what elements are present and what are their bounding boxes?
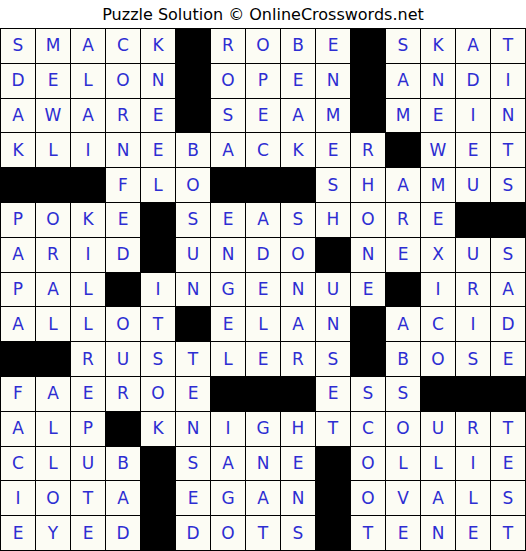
grid-cell: X — [421, 238, 455, 272]
grid-cell: D — [246, 238, 280, 272]
grid-cell: H — [281, 412, 315, 446]
black-cell — [141, 203, 175, 237]
grid-cell: C — [106, 29, 140, 63]
grid-cell: E — [316, 377, 350, 411]
grid-cell: L — [36, 447, 70, 481]
grid-cell: B — [176, 133, 210, 167]
grid-cell: G — [211, 481, 245, 515]
grid-cell: S — [1, 29, 35, 63]
grid-cell: N — [421, 64, 455, 98]
grid-cell: I — [421, 273, 455, 307]
grid-cell: S — [456, 342, 490, 376]
grid-cell: C — [246, 133, 280, 167]
grid-cell: E — [351, 273, 385, 307]
grid-cell: R — [351, 133, 385, 167]
grid-cell: A — [1, 307, 35, 341]
grid-cell: I — [1, 481, 35, 515]
grid-cell: K — [281, 133, 315, 167]
black-cell — [141, 516, 175, 550]
grid-cell: S — [491, 168, 525, 202]
grid-cell: E — [141, 99, 175, 133]
grid-cell: R — [281, 342, 315, 376]
grid-cell: L — [36, 412, 70, 446]
grid-cell: N — [491, 99, 525, 133]
black-cell — [141, 447, 175, 481]
grid-cell: E — [456, 133, 490, 167]
grid-cell: B — [281, 29, 315, 63]
grid-cell: R — [106, 99, 140, 133]
crossword-grid: SMACKROBESKATDELONOPENANDIAWARESEAMMEINK… — [0, 28, 526, 551]
grid-cell: A — [246, 203, 280, 237]
grid-cell: U — [456, 238, 490, 272]
grid-cell: D — [1, 64, 35, 98]
grid-cell: L — [456, 481, 490, 515]
grid-cell: I — [71, 238, 105, 272]
grid-cell: A — [36, 273, 70, 307]
grid-cell: S — [281, 203, 315, 237]
black-cell — [1, 168, 35, 202]
grid-cell: A — [386, 64, 420, 98]
grid-cell: D — [456, 64, 490, 98]
black-cell — [351, 307, 385, 341]
grid-cell: H — [351, 168, 385, 202]
black-cell — [351, 64, 385, 98]
grid-cell: L — [141, 168, 175, 202]
grid-cell: L — [211, 342, 245, 376]
black-cell — [176, 307, 210, 341]
grid-cell: I — [141, 273, 175, 307]
grid-cell: M — [316, 99, 350, 133]
grid-cell: S — [316, 168, 350, 202]
grid-cell: G — [211, 273, 245, 307]
grid-cell: E — [1, 516, 35, 550]
black-cell — [386, 133, 420, 167]
grid-cell: E — [246, 273, 280, 307]
black-cell — [491, 203, 525, 237]
grid-cell: L — [71, 273, 105, 307]
grid-cell: E — [281, 64, 315, 98]
grid-cell: L — [246, 307, 280, 341]
grid-cell: N — [176, 412, 210, 446]
grid-cell: S — [351, 377, 385, 411]
black-cell — [141, 481, 175, 515]
grid-cell: T — [176, 342, 210, 376]
grid-cell: E — [71, 516, 105, 550]
grid-cell: W — [421, 133, 455, 167]
black-cell — [491, 377, 525, 411]
grid-cell: E — [176, 377, 210, 411]
black-cell — [36, 342, 70, 376]
black-cell — [176, 64, 210, 98]
grid-cell: E — [176, 481, 210, 515]
grid-cell: R — [211, 29, 245, 63]
grid-cell: T — [246, 516, 280, 550]
grid-cell: L — [71, 307, 105, 341]
grid-cell: S — [491, 238, 525, 272]
grid-cell: L — [71, 64, 105, 98]
grid-cell: U — [456, 168, 490, 202]
grid-cell: S — [386, 29, 420, 63]
grid-cell: C — [421, 307, 455, 341]
grid-cell: N — [316, 307, 350, 341]
grid-cell: A — [281, 99, 315, 133]
black-cell — [246, 377, 280, 411]
black-cell — [316, 481, 350, 515]
grid-cell: T — [141, 307, 175, 341]
grid-cell: D — [491, 307, 525, 341]
grid-cell: M — [386, 99, 420, 133]
grid-cell: E — [36, 64, 70, 98]
grid-cell: O — [351, 203, 385, 237]
grid-cell: O — [386, 412, 420, 446]
grid-cell: R — [71, 342, 105, 376]
grid-cell: T — [71, 481, 105, 515]
grid-cell: N — [246, 447, 280, 481]
grid-cell: T — [491, 29, 525, 63]
black-cell — [351, 99, 385, 133]
grid-cell: E — [456, 516, 490, 550]
grid-cell: H — [316, 203, 350, 237]
grid-cell: A — [386, 307, 420, 341]
black-cell — [316, 447, 350, 481]
grid-cell: A — [211, 133, 245, 167]
black-cell — [316, 516, 350, 550]
grid-cell: S — [176, 203, 210, 237]
grid-cell: V — [386, 481, 420, 515]
grid-cell: I — [211, 412, 245, 446]
grid-cell: G — [246, 412, 280, 446]
puzzle-solution-page: Puzzle Solution © OnlineCrosswords.net S… — [0, 0, 526, 551]
grid-cell: C — [1, 447, 35, 481]
grid-cell: S — [141, 342, 175, 376]
grid-cell: A — [106, 481, 140, 515]
grid-cell: A — [211, 447, 245, 481]
black-cell — [281, 377, 315, 411]
grid-cell: D — [176, 516, 210, 550]
grid-cell: E — [246, 99, 280, 133]
grid-cell: N — [281, 273, 315, 307]
grid-cell: I — [456, 447, 490, 481]
grid-cell: B — [106, 447, 140, 481]
grid-cell: A — [421, 481, 455, 515]
grid-cell: U — [421, 412, 455, 446]
grid-cell: I — [71, 133, 105, 167]
grid-cell: T — [491, 133, 525, 167]
grid-cell: W — [36, 99, 70, 133]
grid-cell: A — [71, 29, 105, 63]
grid-cell: U — [316, 273, 350, 307]
black-cell — [351, 29, 385, 63]
grid-cell: O — [211, 516, 245, 550]
grid-cell: P — [1, 273, 35, 307]
grid-cell: A — [71, 99, 105, 133]
grid-cell: N — [281, 481, 315, 515]
grid-cell: L — [36, 307, 70, 341]
grid-cell: M — [36, 29, 70, 63]
grid-cell: O — [281, 238, 315, 272]
grid-cell: K — [141, 412, 175, 446]
grid-cell: O — [106, 307, 140, 341]
grid-cell: E — [211, 307, 245, 341]
grid-cell: E — [421, 99, 455, 133]
grid-cell: B — [386, 342, 420, 376]
grid-cell: R — [106, 377, 140, 411]
grid-cell: D — [106, 238, 140, 272]
grid-cell: E — [141, 133, 175, 167]
grid-cell: I — [456, 99, 490, 133]
grid-cell: E — [316, 29, 350, 63]
grid-cell: L — [36, 133, 70, 167]
grid-cell: O — [246, 29, 280, 63]
grid-cell: R — [386, 203, 420, 237]
grid-cell: E — [71, 377, 105, 411]
black-cell — [176, 99, 210, 133]
grid-cell: A — [1, 99, 35, 133]
grid-cell: S — [491, 481, 525, 515]
grid-cell: N — [176, 273, 210, 307]
page-title: Puzzle Solution © OnlineCrosswords.net — [0, 0, 526, 28]
grid-cell: A — [1, 412, 35, 446]
grid-cell: E — [386, 238, 420, 272]
grid-cell: I — [491, 64, 525, 98]
grid-cell: S — [386, 377, 420, 411]
grid-cell: N — [106, 133, 140, 167]
grid-cell: O — [176, 168, 210, 202]
grid-cell: A — [246, 481, 280, 515]
black-cell — [351, 342, 385, 376]
grid-cell: K — [71, 203, 105, 237]
black-cell — [71, 168, 105, 202]
grid-cell: M — [421, 168, 455, 202]
black-cell — [141, 238, 175, 272]
grid-cell: E — [386, 516, 420, 550]
grid-cell: R — [456, 412, 490, 446]
black-cell — [281, 168, 315, 202]
grid-cell: K — [141, 29, 175, 63]
grid-cell: O — [351, 481, 385, 515]
grid-cell: C — [351, 412, 385, 446]
grid-cell: A — [386, 168, 420, 202]
grid-cell: A — [1, 238, 35, 272]
grid-cell: S — [316, 342, 350, 376]
grid-cell: O — [36, 203, 70, 237]
grid-cell: E — [211, 203, 245, 237]
grid-cell: K — [421, 29, 455, 63]
grid-cell: S — [211, 99, 245, 133]
grid-cell: K — [1, 133, 35, 167]
grid-cell: L — [421, 447, 455, 481]
grid-cell: D — [106, 516, 140, 550]
grid-cell: E — [281, 447, 315, 481]
grid-cell: O — [211, 64, 245, 98]
grid-cell: P — [1, 203, 35, 237]
grid-cell: T — [316, 412, 350, 446]
grid-cell: N — [421, 516, 455, 550]
black-cell — [246, 168, 280, 202]
grid-cell: A — [491, 273, 525, 307]
grid-cell: N — [211, 238, 245, 272]
grid-cell: P — [71, 412, 105, 446]
grid-cell: U — [71, 447, 105, 481]
black-cell — [36, 168, 70, 202]
grid-cell: T — [491, 412, 525, 446]
grid-cell: O — [141, 377, 175, 411]
grid-cell: S — [281, 516, 315, 550]
grid-cell: Y — [36, 516, 70, 550]
grid-cell: R — [36, 238, 70, 272]
grid-cell: N — [316, 64, 350, 98]
black-cell — [421, 377, 455, 411]
grid-cell: N — [141, 64, 175, 98]
black-cell — [456, 203, 490, 237]
grid-cell: E — [491, 447, 525, 481]
grid-cell: E — [316, 133, 350, 167]
grid-cell: O — [36, 481, 70, 515]
black-cell — [106, 412, 140, 446]
black-cell — [176, 29, 210, 63]
grid-cell: P — [246, 64, 280, 98]
grid-cell: F — [106, 168, 140, 202]
black-cell — [386, 273, 420, 307]
grid-cell: E — [246, 342, 280, 376]
grid-cell: T — [491, 516, 525, 550]
black-cell — [106, 273, 140, 307]
grid-cell: O — [421, 342, 455, 376]
black-cell — [211, 377, 245, 411]
grid-cell: A — [456, 29, 490, 63]
grid-cell: T — [351, 516, 385, 550]
grid-cell: E — [106, 203, 140, 237]
grid-cell: A — [281, 307, 315, 341]
grid-cell: R — [456, 273, 490, 307]
grid-cell: F — [1, 377, 35, 411]
black-cell — [456, 377, 490, 411]
grid-cell: U — [176, 238, 210, 272]
black-cell — [1, 342, 35, 376]
grid-cell: O — [106, 64, 140, 98]
grid-cell: E — [421, 203, 455, 237]
grid-cell: S — [176, 447, 210, 481]
black-cell — [211, 168, 245, 202]
black-cell — [316, 238, 350, 272]
grid-cell: A — [36, 377, 70, 411]
grid-cell: N — [351, 238, 385, 272]
grid-cell: L — [386, 447, 420, 481]
grid-cell: O — [351, 447, 385, 481]
grid-cell: E — [491, 342, 525, 376]
grid-cell: I — [456, 307, 490, 341]
grid-cell: U — [106, 342, 140, 376]
